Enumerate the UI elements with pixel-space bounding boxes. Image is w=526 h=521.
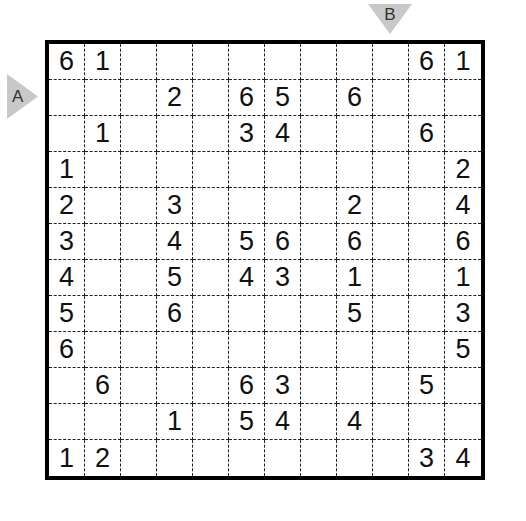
cell-r3c1[interactable]: [49, 116, 85, 152]
cell-r8c9[interactable]: 5: [337, 296, 373, 332]
cell-r10c2[interactable]: 6: [85, 368, 121, 404]
cell-r2c8[interactable]: [301, 80, 337, 116]
cell-r6c3[interactable]: [121, 224, 157, 260]
cell-r10c3[interactable]: [121, 368, 157, 404]
cell-r6c5[interactable]: [193, 224, 229, 260]
cell-r9c5[interactable]: [193, 332, 229, 368]
cell-r4c11[interactable]: [409, 152, 445, 188]
cell-r12c1[interactable]: 1: [49, 440, 85, 476]
cell-r2c3[interactable]: [121, 80, 157, 116]
cell-r9c9[interactable]: [337, 332, 373, 368]
cell-r10c5[interactable]: [193, 368, 229, 404]
cell-r7c5[interactable]: [193, 260, 229, 296]
cell-r10c6[interactable]: 6: [229, 368, 265, 404]
cell-r4c10[interactable]: [373, 152, 409, 188]
cell-r1c11[interactable]: 6: [409, 44, 445, 80]
cell-r11c2[interactable]: [85, 404, 121, 440]
cell-r7c6[interactable]: 4: [229, 260, 265, 296]
cell-r11c11[interactable]: [409, 404, 445, 440]
cell-r3c11[interactable]: 6: [409, 116, 445, 152]
cell-r3c12[interactable]: [445, 116, 481, 152]
cell-r2c4[interactable]: 2: [157, 80, 193, 116]
cell-r5c6[interactable]: [229, 188, 265, 224]
cell-r7c9[interactable]: 1: [337, 260, 373, 296]
cell-r6c12[interactable]: 6: [445, 224, 481, 260]
cell-r8c10[interactable]: [373, 296, 409, 332]
cell-r9c11[interactable]: [409, 332, 445, 368]
cell-r4c12[interactable]: 2: [445, 152, 481, 188]
puzzle-board: 6161265613461223243456664543115653656635…: [45, 40, 485, 480]
cell-r4c1[interactable]: 1: [49, 152, 85, 188]
cell-r8c2[interactable]: [85, 296, 121, 332]
cell-r10c10[interactable]: [373, 368, 409, 404]
cell-r2c2[interactable]: [85, 80, 121, 116]
cell-r9c12[interactable]: 5: [445, 332, 481, 368]
cell-r11c3[interactable]: [121, 404, 157, 440]
cell-r7c11[interactable]: [409, 260, 445, 296]
cell-r11c10[interactable]: [373, 404, 409, 440]
cell-r6c10[interactable]: [373, 224, 409, 260]
cell-r2c10[interactable]: [373, 80, 409, 116]
cell-r9c4[interactable]: [157, 332, 193, 368]
cell-r2c9[interactable]: 6: [337, 80, 373, 116]
cell-r12c4[interactable]: [157, 440, 193, 476]
cell-r1c3[interactable]: [121, 44, 157, 80]
cell-r8c7[interactable]: [265, 296, 301, 332]
cell-r10c8[interactable]: [301, 368, 337, 404]
cell-r3c10[interactable]: [373, 116, 409, 152]
cell-r12c7[interactable]: [265, 440, 301, 476]
cell-r5c9[interactable]: 2: [337, 188, 373, 224]
cell-r7c2[interactable]: [85, 260, 121, 296]
cell-r1c4[interactable]: [157, 44, 193, 80]
cell-r5c5[interactable]: [193, 188, 229, 224]
cell-r3c9[interactable]: [337, 116, 373, 152]
cell-r1c12[interactable]: 1: [445, 44, 481, 80]
cell-r12c6[interactable]: [229, 440, 265, 476]
cell-r1c2[interactable]: 1: [85, 44, 121, 80]
cell-r4c5[interactable]: [193, 152, 229, 188]
cell-r12c12[interactable]: 4: [445, 440, 481, 476]
cell-r8c8[interactable]: [301, 296, 337, 332]
entry-marker-b-label: B: [384, 5, 395, 25]
cell-r5c7[interactable]: [265, 188, 301, 224]
cell-r7c12[interactable]: 1: [445, 260, 481, 296]
entry-marker-a-label: A: [12, 87, 23, 107]
cell-r12c10[interactable]: [373, 440, 409, 476]
cell-r6c4[interactable]: 4: [157, 224, 193, 260]
cell-r2c7[interactable]: 5: [265, 80, 301, 116]
cell-r5c10[interactable]: [373, 188, 409, 224]
cell-r6c6[interactable]: 5: [229, 224, 265, 260]
cell-r5c8[interactable]: [301, 188, 337, 224]
cell-r8c11[interactable]: [409, 296, 445, 332]
cell-r6c1[interactable]: 3: [49, 224, 85, 260]
cell-r8c5[interactable]: [193, 296, 229, 332]
cell-r9c8[interactable]: [301, 332, 337, 368]
cell-r5c4[interactable]: 3: [157, 188, 193, 224]
cell-r10c4[interactable]: [157, 368, 193, 404]
cell-r6c7[interactable]: 6: [265, 224, 301, 260]
cell-r9c3[interactable]: [121, 332, 157, 368]
cell-r7c4[interactable]: 5: [157, 260, 193, 296]
cell-r3c3[interactable]: [121, 116, 157, 152]
cell-r6c8[interactable]: [301, 224, 337, 260]
cell-r10c9[interactable]: [337, 368, 373, 404]
cell-r11c7[interactable]: 4: [265, 404, 301, 440]
cell-r2c12[interactable]: [445, 80, 481, 116]
cell-r8c12[interactable]: 3: [445, 296, 481, 332]
cell-r3c7[interactable]: 4: [265, 116, 301, 152]
cell-r10c7[interactable]: 3: [265, 368, 301, 404]
cell-r1c5[interactable]: [193, 44, 229, 80]
cell-r8c3[interactable]: [121, 296, 157, 332]
cell-r3c2[interactable]: 1: [85, 116, 121, 152]
cell-r11c5[interactable]: [193, 404, 229, 440]
cell-r8c6[interactable]: [229, 296, 265, 332]
cell-r5c11[interactable]: [409, 188, 445, 224]
cell-r3c4[interactable]: [157, 116, 193, 152]
cell-r7c10[interactable]: [373, 260, 409, 296]
cell-r12c5[interactable]: [193, 440, 229, 476]
cell-r3c6[interactable]: 3: [229, 116, 265, 152]
cell-r5c2[interactable]: [85, 188, 121, 224]
cell-r3c5[interactable]: [193, 116, 229, 152]
cell-r1c8[interactable]: [301, 44, 337, 80]
cell-r9c10[interactable]: [373, 332, 409, 368]
cell-r2c6[interactable]: 6: [229, 80, 265, 116]
cell-r11c6[interactable]: 5: [229, 404, 265, 440]
cell-r10c12[interactable]: [445, 368, 481, 404]
cell-r7c8[interactable]: [301, 260, 337, 296]
entry-marker-b: B: [368, 4, 412, 34]
cell-r4c4[interactable]: [157, 152, 193, 188]
cell-r12c9[interactable]: [337, 440, 373, 476]
cell-r11c4[interactable]: 1: [157, 404, 193, 440]
cell-r1c10[interactable]: [373, 44, 409, 80]
cell-r9c2[interactable]: [85, 332, 121, 368]
cell-r12c3[interactable]: [121, 440, 157, 476]
cell-r6c11[interactable]: [409, 224, 445, 260]
cell-r12c11[interactable]: 3: [409, 440, 445, 476]
cell-r5c3[interactable]: [121, 188, 157, 224]
cell-r11c8[interactable]: [301, 404, 337, 440]
cell-r9c1[interactable]: 6: [49, 332, 85, 368]
cell-r9c7[interactable]: [265, 332, 301, 368]
cell-r10c11[interactable]: 5: [409, 368, 445, 404]
cell-r12c2[interactable]: 2: [85, 440, 121, 476]
cell-r5c1[interactable]: 2: [49, 188, 85, 224]
cell-r3c8[interactable]: [301, 116, 337, 152]
cell-r2c11[interactable]: [409, 80, 445, 116]
cell-r6c9[interactable]: 6: [337, 224, 373, 260]
puzzle-page: B A 616126561346122324345666454311565365…: [0, 0, 526, 521]
cell-r1c9[interactable]: [337, 44, 373, 80]
cell-r4c3[interactable]: [121, 152, 157, 188]
cell-r4c7[interactable]: [265, 152, 301, 188]
cell-r11c12[interactable]: [445, 404, 481, 440]
entry-marker-a: A: [7, 74, 38, 119]
cell-r5c12[interactable]: 4: [445, 188, 481, 224]
cell-r11c9[interactable]: 4: [337, 404, 373, 440]
cell-r1c7[interactable]: [265, 44, 301, 80]
cell-r7c3[interactable]: [121, 260, 157, 296]
cell-r4c6[interactable]: [229, 152, 265, 188]
cell-r4c9[interactable]: [337, 152, 373, 188]
cell-r2c1[interactable]: [49, 80, 85, 116]
cell-r8c1[interactable]: 5: [49, 296, 85, 332]
cell-r7c7[interactable]: 3: [265, 260, 301, 296]
cell-r4c2[interactable]: [85, 152, 121, 188]
cell-r11c1[interactable]: [49, 404, 85, 440]
cell-r8c4[interactable]: 6: [157, 296, 193, 332]
cell-r10c1[interactable]: [49, 368, 85, 404]
cell-r1c1[interactable]: 6: [49, 44, 85, 80]
cell-r12c8[interactable]: [301, 440, 337, 476]
cell-r2c5[interactable]: [193, 80, 229, 116]
cell-r9c6[interactable]: [229, 332, 265, 368]
cell-r7c1[interactable]: 4: [49, 260, 85, 296]
cell-r1c6[interactable]: [229, 44, 265, 80]
cell-r4c8[interactable]: [301, 152, 337, 188]
cell-r6c2[interactable]: [85, 224, 121, 260]
